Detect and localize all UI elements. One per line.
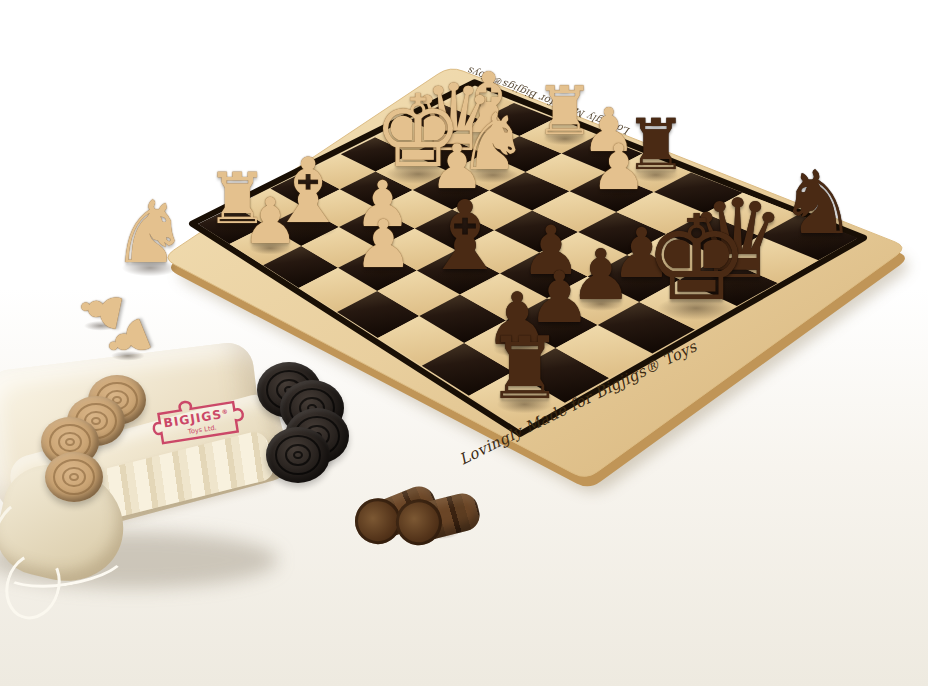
scene: BIGJIGS® Toys Ltd. Lovingly Made for Big… bbox=[0, 0, 928, 686]
chess-board bbox=[0, 0, 928, 686]
